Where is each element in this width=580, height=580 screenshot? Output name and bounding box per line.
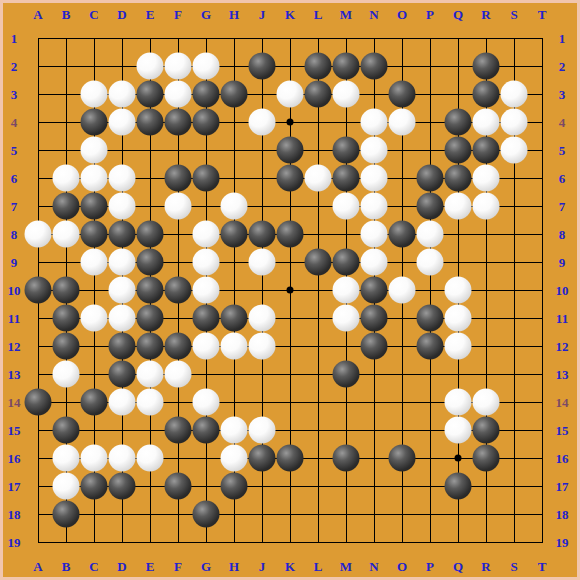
coord-label-top-B: B xyxy=(62,8,71,21)
coord-label-right-6: 6 xyxy=(559,172,566,185)
stone-black-N10 xyxy=(361,277,388,304)
coord-label-top-Q: Q xyxy=(453,8,463,21)
stone-white-S5 xyxy=(501,137,528,164)
stone-black-H3 xyxy=(221,81,248,108)
coord-label-left-10: 10 xyxy=(8,284,21,297)
stone-white-N5 xyxy=(361,137,388,164)
stone-black-R2 xyxy=(473,53,500,80)
stone-white-F3 xyxy=(165,81,192,108)
hoshi-point-Q16 xyxy=(455,455,462,462)
stone-black-K8 xyxy=(277,221,304,248)
stone-black-K5 xyxy=(277,137,304,164)
coord-label-bottom-J: J xyxy=(259,560,266,573)
coord-label-left-2: 2 xyxy=(11,60,18,73)
stone-black-L2 xyxy=(305,53,332,80)
stone-white-E2 xyxy=(137,53,164,80)
stone-white-R6 xyxy=(473,165,500,192)
stone-black-K16 xyxy=(277,445,304,472)
stone-white-B6 xyxy=(53,165,80,192)
coord-label-right-13: 13 xyxy=(556,368,569,381)
stone-white-M11 xyxy=(333,305,360,332)
stone-black-G3 xyxy=(193,81,220,108)
hoshi-point-K4 xyxy=(287,119,294,126)
stone-white-D6 xyxy=(109,165,136,192)
stone-black-P6 xyxy=(417,165,444,192)
coord-label-top-J: J xyxy=(259,8,266,21)
stone-black-P7 xyxy=(417,193,444,220)
stone-white-S3 xyxy=(501,81,528,108)
coord-label-top-K: K xyxy=(285,8,295,21)
stone-white-J15 xyxy=(249,417,276,444)
coord-label-top-M: M xyxy=(340,8,352,21)
stone-black-J16 xyxy=(249,445,276,472)
stone-white-G2 xyxy=(193,53,220,80)
coord-label-bottom-R: R xyxy=(481,560,490,573)
coord-label-right-8: 8 xyxy=(559,228,566,241)
stone-black-G6 xyxy=(193,165,220,192)
stone-black-F6 xyxy=(165,165,192,192)
stone-black-E9 xyxy=(137,249,164,276)
stone-white-O10 xyxy=(389,277,416,304)
stone-white-N9 xyxy=(361,249,388,276)
stone-white-N4 xyxy=(361,109,388,136)
coord-label-left-7: 7 xyxy=(11,200,18,213)
stone-black-N11 xyxy=(361,305,388,332)
stone-black-G15 xyxy=(193,417,220,444)
stone-white-C3 xyxy=(81,81,108,108)
stone-white-R7 xyxy=(473,193,500,220)
stone-black-G18 xyxy=(193,501,220,528)
stone-white-D3 xyxy=(109,81,136,108)
stone-white-J9 xyxy=(249,249,276,276)
coord-label-top-S: S xyxy=(510,8,517,21)
stone-white-D16 xyxy=(109,445,136,472)
stone-black-M6 xyxy=(333,165,360,192)
stone-black-O3 xyxy=(389,81,416,108)
coord-label-left-9: 9 xyxy=(11,256,18,269)
grid-line-horizontal xyxy=(38,514,543,515)
stone-white-R4 xyxy=(473,109,500,136)
stone-white-N7 xyxy=(361,193,388,220)
stone-black-N12 xyxy=(361,333,388,360)
coord-label-left-5: 5 xyxy=(11,144,18,157)
coord-label-left-11: 11 xyxy=(8,312,20,325)
coord-label-right-3: 3 xyxy=(559,88,566,101)
stone-white-N8 xyxy=(361,221,388,248)
stone-white-G12 xyxy=(193,333,220,360)
coord-label-bottom-H: H xyxy=(229,560,239,573)
stone-white-J12 xyxy=(249,333,276,360)
stone-black-R16 xyxy=(473,445,500,472)
coord-label-left-8: 8 xyxy=(11,228,18,241)
stone-black-C14 xyxy=(81,389,108,416)
grid-line-vertical xyxy=(542,38,543,543)
coord-label-top-O: O xyxy=(397,8,407,21)
stone-white-N6 xyxy=(361,165,388,192)
coord-label-top-G: G xyxy=(201,8,211,21)
stone-black-A14 xyxy=(25,389,52,416)
stone-white-C16 xyxy=(81,445,108,472)
stone-white-D9 xyxy=(109,249,136,276)
coord-label-top-A: A xyxy=(33,8,42,21)
stone-black-M5 xyxy=(333,137,360,164)
stone-black-G4 xyxy=(193,109,220,136)
coord-label-top-L: L xyxy=(314,8,323,21)
stone-white-B8 xyxy=(53,221,80,248)
stone-black-M9 xyxy=(333,249,360,276)
coord-label-right-17: 17 xyxy=(556,480,569,493)
coord-label-right-15: 15 xyxy=(556,424,569,437)
stone-black-E10 xyxy=(137,277,164,304)
coord-label-right-10: 10 xyxy=(556,284,569,297)
coord-label-bottom-O: O xyxy=(397,560,407,573)
coord-label-right-16: 16 xyxy=(556,452,569,465)
coord-label-top-N: N xyxy=(369,8,378,21)
coord-label-right-7: 7 xyxy=(559,200,566,213)
stone-white-A8 xyxy=(25,221,52,248)
stone-white-Q7 xyxy=(445,193,472,220)
grid-line-vertical xyxy=(318,38,319,543)
stone-black-B18 xyxy=(53,501,80,528)
stone-white-O4 xyxy=(389,109,416,136)
stone-black-D8 xyxy=(109,221,136,248)
coord-label-right-1: 1 xyxy=(559,32,566,45)
coord-label-left-13: 13 xyxy=(8,368,21,381)
stone-white-E14 xyxy=(137,389,164,416)
coord-label-left-6: 6 xyxy=(11,172,18,185)
stone-black-B12 xyxy=(53,333,80,360)
stone-white-F2 xyxy=(165,53,192,80)
stone-black-Q5 xyxy=(445,137,472,164)
stone-white-Q11 xyxy=(445,305,472,332)
stone-black-F17 xyxy=(165,473,192,500)
stone-white-H15 xyxy=(221,417,248,444)
stone-white-K3 xyxy=(277,81,304,108)
stone-white-R14 xyxy=(473,389,500,416)
stone-black-F15 xyxy=(165,417,192,444)
coord-label-top-D: D xyxy=(117,8,126,21)
stone-black-O8 xyxy=(389,221,416,248)
coord-label-right-9: 9 xyxy=(559,256,566,269)
stone-white-C5 xyxy=(81,137,108,164)
stone-black-L9 xyxy=(305,249,332,276)
stone-black-D12 xyxy=(109,333,136,360)
stone-white-E16 xyxy=(137,445,164,472)
coord-label-bottom-N: N xyxy=(369,560,378,573)
coord-label-right-18: 18 xyxy=(556,508,569,521)
grid-line-vertical xyxy=(430,38,431,543)
stone-black-Q4 xyxy=(445,109,472,136)
stone-black-H17 xyxy=(221,473,248,500)
stone-black-B11 xyxy=(53,305,80,332)
stone-black-A10 xyxy=(25,277,52,304)
stone-black-M13 xyxy=(333,361,360,388)
stone-white-D14 xyxy=(109,389,136,416)
stone-white-Q15 xyxy=(445,417,472,444)
coord-label-right-14: 14 xyxy=(556,396,569,409)
coord-label-bottom-M: M xyxy=(340,560,352,573)
coord-label-left-19: 19 xyxy=(8,536,21,549)
stone-white-F7 xyxy=(165,193,192,220)
coord-label-top-H: H xyxy=(229,8,239,21)
coord-label-top-R: R xyxy=(481,8,490,21)
coord-label-left-1: 1 xyxy=(11,32,18,45)
stone-black-R15 xyxy=(473,417,500,444)
coord-label-top-F: F xyxy=(174,8,182,21)
stone-white-D7 xyxy=(109,193,136,220)
stone-white-D10 xyxy=(109,277,136,304)
stone-white-H12 xyxy=(221,333,248,360)
stone-white-H16 xyxy=(221,445,248,472)
stone-black-J2 xyxy=(249,53,276,80)
stone-white-M7 xyxy=(333,193,360,220)
stone-black-N2 xyxy=(361,53,388,80)
coord-label-bottom-S: S xyxy=(510,560,517,573)
coord-label-bottom-L: L xyxy=(314,560,323,573)
stone-white-M10 xyxy=(333,277,360,304)
stone-white-H7 xyxy=(221,193,248,220)
stone-white-J4 xyxy=(249,109,276,136)
stone-black-F4 xyxy=(165,109,192,136)
coord-label-top-T: T xyxy=(538,8,547,21)
stone-white-P8 xyxy=(417,221,444,248)
stone-white-Q12 xyxy=(445,333,472,360)
coord-label-bottom-B: B xyxy=(62,560,71,573)
coord-label-right-2: 2 xyxy=(559,60,566,73)
stone-black-E4 xyxy=(137,109,164,136)
stone-black-G11 xyxy=(193,305,220,332)
go-board[interactable] xyxy=(3,3,577,577)
stone-black-P11 xyxy=(417,305,444,332)
stone-white-C6 xyxy=(81,165,108,192)
stone-black-B10 xyxy=(53,277,80,304)
coord-label-left-3: 3 xyxy=(11,88,18,101)
stone-black-F10 xyxy=(165,277,192,304)
coord-label-top-C: C xyxy=(89,8,98,21)
stone-white-D4 xyxy=(109,109,136,136)
stone-black-M16 xyxy=(333,445,360,472)
coord-label-left-4: 4 xyxy=(11,116,18,129)
stone-white-C11 xyxy=(81,305,108,332)
stone-white-Q14 xyxy=(445,389,472,416)
coord-label-right-19: 19 xyxy=(556,536,569,549)
stone-black-M2 xyxy=(333,53,360,80)
stone-black-E12 xyxy=(137,333,164,360)
stone-black-Q17 xyxy=(445,473,472,500)
stone-white-G8 xyxy=(193,221,220,248)
coord-label-bottom-Q: Q xyxy=(453,560,463,573)
stone-black-D17 xyxy=(109,473,136,500)
stone-black-C4 xyxy=(81,109,108,136)
stone-white-P9 xyxy=(417,249,444,276)
stone-black-B7 xyxy=(53,193,80,220)
stone-black-L3 xyxy=(305,81,332,108)
stone-black-K6 xyxy=(277,165,304,192)
stone-white-D11 xyxy=(109,305,136,332)
stone-black-H11 xyxy=(221,305,248,332)
coord-label-bottom-A: A xyxy=(33,560,42,573)
go-client-window: AA11BB22CC33DD44EE55FF66GG77HH88JJ99KK10… xyxy=(0,0,580,580)
stone-white-C9 xyxy=(81,249,108,276)
stone-white-E13 xyxy=(137,361,164,388)
stone-black-J8 xyxy=(249,221,276,248)
stone-black-C8 xyxy=(81,221,108,248)
coord-label-bottom-K: K xyxy=(285,560,295,573)
coord-label-bottom-F: F xyxy=(174,560,182,573)
stone-black-E11 xyxy=(137,305,164,332)
stone-white-G14 xyxy=(193,389,220,416)
grid-line-horizontal xyxy=(38,542,543,543)
coord-label-top-E: E xyxy=(146,8,155,21)
coord-label-left-17: 17 xyxy=(8,480,21,493)
stone-black-H8 xyxy=(221,221,248,248)
hoshi-point-K10 xyxy=(287,287,294,294)
coord-label-bottom-T: T xyxy=(538,560,547,573)
stone-black-P12 xyxy=(417,333,444,360)
stone-white-Q10 xyxy=(445,277,472,304)
stone-white-J11 xyxy=(249,305,276,332)
stone-black-E8 xyxy=(137,221,164,248)
coord-label-right-11: 11 xyxy=(556,312,568,325)
coord-label-bottom-E: E xyxy=(146,560,155,573)
coord-label-bottom-D: D xyxy=(117,560,126,573)
stone-black-D13 xyxy=(109,361,136,388)
stone-white-G9 xyxy=(193,249,220,276)
stone-white-M3 xyxy=(333,81,360,108)
coord-label-bottom-C: C xyxy=(89,560,98,573)
stone-black-B15 xyxy=(53,417,80,444)
stone-white-S4 xyxy=(501,109,528,136)
stone-black-C7 xyxy=(81,193,108,220)
coord-label-left-12: 12 xyxy=(8,340,21,353)
stone-white-B16 xyxy=(53,445,80,472)
stone-black-C17 xyxy=(81,473,108,500)
coord-label-left-18: 18 xyxy=(8,508,21,521)
stone-black-R3 xyxy=(473,81,500,108)
coord-label-left-14: 14 xyxy=(8,396,21,409)
stone-white-B13 xyxy=(53,361,80,388)
coord-label-left-15: 15 xyxy=(8,424,21,437)
stone-black-Q6 xyxy=(445,165,472,192)
stone-black-F12 xyxy=(165,333,192,360)
stone-black-R5 xyxy=(473,137,500,164)
stone-black-E3 xyxy=(137,81,164,108)
stone-white-L6 xyxy=(305,165,332,192)
stone-white-F13 xyxy=(165,361,192,388)
coord-label-bottom-G: G xyxy=(201,560,211,573)
stone-white-G10 xyxy=(193,277,220,304)
coord-label-top-P: P xyxy=(426,8,434,21)
coord-label-right-12: 12 xyxy=(556,340,569,353)
stone-black-O16 xyxy=(389,445,416,472)
stone-white-B17 xyxy=(53,473,80,500)
coord-label-bottom-P: P xyxy=(426,560,434,573)
coord-label-right-4: 4 xyxy=(559,116,566,129)
coord-label-right-5: 5 xyxy=(559,144,566,157)
coord-label-left-16: 16 xyxy=(8,452,21,465)
